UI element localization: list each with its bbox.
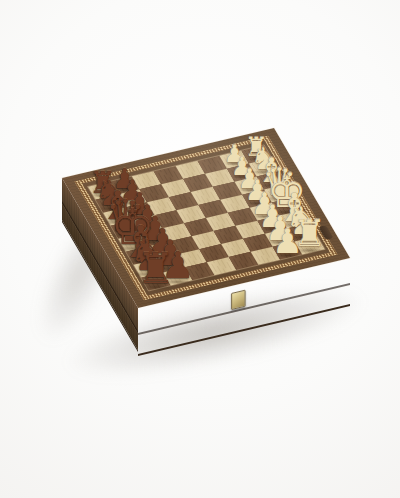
light-pawn-piece[interactable]: ♟ (272, 224, 302, 258)
dark-rook-piece[interactable]: ♜ (137, 248, 175, 290)
brass-latch-icon[interactable] (231, 290, 245, 310)
product-photo: ♜♞♝♛♚♝♞♜♟♟♟♟♟♟♟♟♟♟♟♟♟♟♟♟♜♞♝♛♚♝♞♜ (0, 0, 400, 498)
